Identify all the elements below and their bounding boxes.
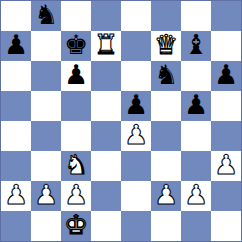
piece-black-pawn[interactable]: ♟	[4, 31, 28, 60]
square-c3[interactable]: ♞	[61, 151, 91, 181]
square-h3[interactable]: ♟	[211, 151, 241, 181]
square-f3[interactable]	[151, 151, 181, 181]
piece-black-pawn[interactable]: ♟	[64, 61, 88, 90]
square-f2[interactable]: ♟	[151, 181, 181, 211]
square-h1[interactable]	[211, 211, 241, 241]
piece-white-pawn[interactable]: ♟	[154, 181, 178, 210]
square-d8[interactable]	[91, 1, 121, 31]
square-c2[interactable]: ♟	[61, 181, 91, 211]
square-b4[interactable]	[31, 121, 61, 151]
square-h7[interactable]	[211, 31, 241, 61]
piece-white-pawn[interactable]: ♟	[4, 181, 28, 210]
piece-white-pawn[interactable]: ♟	[184, 181, 208, 210]
piece-white-king[interactable]: ♚	[64, 211, 88, 240]
square-b3[interactable]	[31, 151, 61, 181]
chessboard-container: ♞♟♚♜♛♝♟♞♟♟♟♟♞♟♟♟♟♟♟♚	[0, 0, 242, 242]
piece-black-pawn[interactable]: ♟	[214, 61, 238, 90]
piece-white-queen[interactable]: ♛	[154, 31, 178, 60]
piece-white-pawn[interactable]: ♟	[124, 121, 148, 150]
square-c4[interactable]	[61, 121, 91, 151]
square-b5[interactable]	[31, 91, 61, 121]
piece-white-pawn[interactable]: ♟	[34, 181, 58, 210]
square-b7[interactable]	[31, 31, 61, 61]
square-b8[interactable]: ♞	[31, 1, 61, 31]
square-e5[interactable]: ♟	[121, 91, 151, 121]
square-e6[interactable]	[121, 61, 151, 91]
square-e1[interactable]	[121, 211, 151, 241]
square-g5[interactable]: ♟	[181, 91, 211, 121]
square-f5[interactable]	[151, 91, 181, 121]
square-e4[interactable]: ♟	[121, 121, 151, 151]
chessboard: ♞♟♚♜♛♝♟♞♟♟♟♟♞♟♟♟♟♟♟♚	[0, 0, 242, 242]
square-a1[interactable]	[1, 211, 31, 241]
piece-black-king[interactable]: ♚	[64, 31, 88, 60]
square-f4[interactable]	[151, 121, 181, 151]
square-g7[interactable]: ♝	[181, 31, 211, 61]
square-b6[interactable]	[31, 61, 61, 91]
square-d6[interactable]	[91, 61, 121, 91]
square-a4[interactable]	[1, 121, 31, 151]
piece-white-rook[interactable]: ♜	[94, 31, 118, 60]
square-g8[interactable]	[181, 1, 211, 31]
square-a7[interactable]: ♟	[1, 31, 31, 61]
square-c5[interactable]	[61, 91, 91, 121]
square-d7[interactable]: ♜	[91, 31, 121, 61]
square-c8[interactable]	[61, 1, 91, 31]
piece-white-knight[interactable]: ♞	[64, 151, 88, 180]
piece-white-pawn[interactable]: ♟	[64, 181, 88, 210]
piece-black-bishop[interactable]: ♝	[184, 31, 208, 60]
square-h6[interactable]: ♟	[211, 61, 241, 91]
square-h8[interactable]	[211, 1, 241, 31]
piece-black-knight[interactable]: ♞	[154, 61, 178, 90]
square-h5[interactable]	[211, 91, 241, 121]
square-a8[interactable]	[1, 1, 31, 31]
square-d4[interactable]	[91, 121, 121, 151]
square-e8[interactable]	[121, 1, 151, 31]
square-e7[interactable]	[121, 31, 151, 61]
piece-white-pawn[interactable]: ♟	[214, 151, 238, 180]
square-h4[interactable]	[211, 121, 241, 151]
square-g3[interactable]	[181, 151, 211, 181]
square-d1[interactable]	[91, 211, 121, 241]
piece-black-knight[interactable]: ♞	[34, 1, 58, 30]
square-f7[interactable]: ♛	[151, 31, 181, 61]
square-d5[interactable]	[91, 91, 121, 121]
square-c7[interactable]: ♚	[61, 31, 91, 61]
square-d2[interactable]	[91, 181, 121, 211]
square-f8[interactable]	[151, 1, 181, 31]
square-a2[interactable]: ♟	[1, 181, 31, 211]
square-g1[interactable]	[181, 211, 211, 241]
square-g6[interactable]	[181, 61, 211, 91]
square-g2[interactable]: ♟	[181, 181, 211, 211]
square-c1[interactable]: ♚	[61, 211, 91, 241]
square-e3[interactable]	[121, 151, 151, 181]
square-c6[interactable]: ♟	[61, 61, 91, 91]
square-d3[interactable]	[91, 151, 121, 181]
square-f6[interactable]: ♞	[151, 61, 181, 91]
square-a3[interactable]	[1, 151, 31, 181]
square-a5[interactable]	[1, 91, 31, 121]
square-h2[interactable]	[211, 181, 241, 211]
square-f1[interactable]	[151, 211, 181, 241]
square-b1[interactable]	[31, 211, 61, 241]
square-e2[interactable]	[121, 181, 151, 211]
square-b2[interactable]: ♟	[31, 181, 61, 211]
square-g4[interactable]	[181, 121, 211, 151]
piece-black-pawn[interactable]: ♟	[184, 91, 208, 120]
square-a6[interactable]	[1, 61, 31, 91]
piece-black-pawn[interactable]: ♟	[124, 91, 148, 120]
